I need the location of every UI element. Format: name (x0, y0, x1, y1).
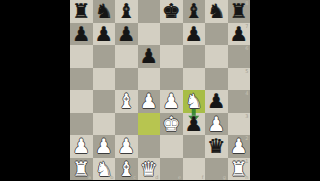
rank-label-4: 4 (245, 91, 248, 96)
square-d3[interactable] (138, 113, 161, 136)
square-a7[interactable]: ♟ (70, 23, 93, 46)
square-g4[interactable]: ♟ (205, 90, 228, 113)
square-h8[interactable]: 8♜ (228, 0, 251, 23)
square-d2[interactable] (138, 135, 161, 158)
white-pawn-e4[interactable]: ♟ (162, 91, 180, 111)
square-c1[interactable]: c♝ (115, 158, 138, 181)
square-h7[interactable]: 7♟ (228, 23, 251, 46)
square-e7[interactable] (160, 23, 183, 46)
square-e6[interactable] (160, 45, 183, 68)
file-label-f: f (202, 175, 204, 180)
square-g1[interactable]: g (205, 158, 228, 181)
square-c5[interactable] (115, 68, 138, 91)
square-h4[interactable]: 4 (228, 90, 251, 113)
rank-label-3: 3 (245, 114, 248, 119)
white-rook-h1[interactable]: ♜ (230, 159, 248, 179)
square-f2[interactable] (183, 135, 206, 158)
black-pawn-a7[interactable]: ♟ (72, 24, 90, 44)
square-c6[interactable] (115, 45, 138, 68)
square-e1[interactable]: e (160, 158, 183, 181)
square-c7[interactable]: ♟ (115, 23, 138, 46)
square-a5[interactable] (70, 68, 93, 91)
white-pawn-b2[interactable]: ♟ (95, 136, 113, 156)
square-f7[interactable]: ♟ (183, 23, 206, 46)
rank-label-6: 6 (245, 46, 248, 51)
white-pawn-a2[interactable]: ♟ (72, 136, 90, 156)
file-label-g: g (223, 175, 226, 180)
black-pawn-b7[interactable]: ♟ (95, 24, 113, 44)
square-b2[interactable]: ♟ (93, 135, 116, 158)
square-a8[interactable]: ♜ (70, 0, 93, 23)
square-e5[interactable] (160, 68, 183, 91)
square-g3[interactable]: ♟ (205, 113, 228, 136)
black-knight-b8[interactable]: ♞ (95, 1, 113, 21)
square-d6[interactable]: ♟ (138, 45, 161, 68)
black-rook-h8[interactable]: ♜ (230, 1, 248, 21)
square-a1[interactable]: a♜ (70, 158, 93, 181)
white-pawn-d4[interactable]: ♟ (140, 91, 158, 111)
video-frame: ♜♞♝♚♝♞8♜♟♟♟♟7♟♟65♝♟♟♞♟4♚♟♟3♟♟♟♛2♟a♜b♞c♝d… (0, 0, 320, 180)
black-bishop-c8[interactable]: ♝ (117, 1, 135, 21)
black-pawn-c7[interactable]: ♟ (117, 24, 135, 44)
square-f5[interactable] (183, 68, 206, 91)
square-b8[interactable]: ♞ (93, 0, 116, 23)
black-knight-g8[interactable]: ♞ (207, 1, 225, 21)
square-b1[interactable]: b♞ (93, 158, 116, 181)
square-e3[interactable]: ♚ (160, 113, 183, 136)
square-e8[interactable]: ♚ (160, 0, 183, 23)
white-pawn-h2[interactable]: ♟ (230, 136, 248, 156)
rank-label-5: 5 (245, 69, 248, 74)
white-rook-a1[interactable]: ♜ (72, 159, 90, 179)
square-h6[interactable]: 6 (228, 45, 251, 68)
square-a2[interactable]: ♟ (70, 135, 93, 158)
square-g7[interactable] (205, 23, 228, 46)
square-h3[interactable]: 3 (228, 113, 251, 136)
black-queen-g2[interactable]: ♛ (207, 136, 225, 156)
black-pawn-f7[interactable]: ♟ (185, 24, 203, 44)
black-pawn-d6[interactable]: ♟ (140, 46, 158, 66)
square-b7[interactable]: ♟ (93, 23, 116, 46)
square-b3[interactable] (93, 113, 116, 136)
square-g8[interactable]: ♞ (205, 0, 228, 23)
square-c2[interactable]: ♟ (115, 135, 138, 158)
white-queen-d1[interactable]: ♛ (140, 159, 158, 179)
square-h2[interactable]: 2♟ (228, 135, 251, 158)
square-a3[interactable] (70, 113, 93, 136)
left-letterbox (0, 0, 70, 180)
square-a4[interactable] (70, 90, 93, 113)
square-e4[interactable]: ♟ (160, 90, 183, 113)
square-d7[interactable] (138, 23, 161, 46)
square-b6[interactable] (93, 45, 116, 68)
square-h1[interactable]: 1h♜ (228, 158, 251, 181)
square-b4[interactable] (93, 90, 116, 113)
square-b5[interactable] (93, 68, 116, 91)
square-f1[interactable]: f (183, 158, 206, 181)
square-e2[interactable] (160, 135, 183, 158)
white-bishop-c1[interactable]: ♝ (117, 159, 135, 179)
square-c8[interactable]: ♝ (115, 0, 138, 23)
square-d5[interactable] (138, 68, 161, 91)
white-knight-f4[interactable]: ♞ (185, 91, 203, 111)
square-h5[interactable]: 5 (228, 68, 251, 91)
white-pawn-c2[interactable]: ♟ (117, 136, 135, 156)
square-g6[interactable] (205, 45, 228, 68)
white-king-e3[interactable]: ♚ (162, 114, 180, 134)
square-d1[interactable]: d♛ (138, 158, 161, 181)
right-letterbox (250, 0, 320, 180)
square-c3[interactable] (115, 113, 138, 136)
white-knight-b1[interactable]: ♞ (95, 159, 113, 179)
square-f3[interactable]: ♟ (183, 113, 206, 136)
black-pawn-h7[interactable]: ♟ (230, 24, 248, 44)
black-rook-a8[interactable]: ♜ (72, 1, 90, 21)
square-g2[interactable]: ♛ (205, 135, 228, 158)
square-a6[interactable] (70, 45, 93, 68)
chess-board: ♜♞♝♚♝♞8♜♟♟♟♟7♟♟65♝♟♟♞♟4♚♟♟3♟♟♟♛2♟a♜b♞c♝d… (70, 0, 250, 180)
square-f4[interactable]: ♞ (183, 90, 206, 113)
square-d8[interactable] (138, 0, 161, 23)
file-label-e: e (178, 175, 181, 180)
square-d4[interactable]: ♟ (138, 90, 161, 113)
black-bishop-f8[interactable]: ♝ (185, 1, 203, 21)
square-g5[interactable] (205, 68, 228, 91)
square-f8[interactable]: ♝ (183, 0, 206, 23)
white-bishop-c4[interactable]: ♝ (117, 91, 135, 111)
black-pawn-g4[interactable]: ♟ (207, 91, 225, 111)
square-c4[interactable]: ♝ (115, 90, 138, 113)
square-f6[interactable] (183, 45, 206, 68)
white-pawn-g3[interactable]: ♟ (207, 114, 225, 134)
black-pawn-f3[interactable]: ♟ (185, 114, 203, 134)
black-king-e8[interactable]: ♚ (162, 1, 180, 21)
